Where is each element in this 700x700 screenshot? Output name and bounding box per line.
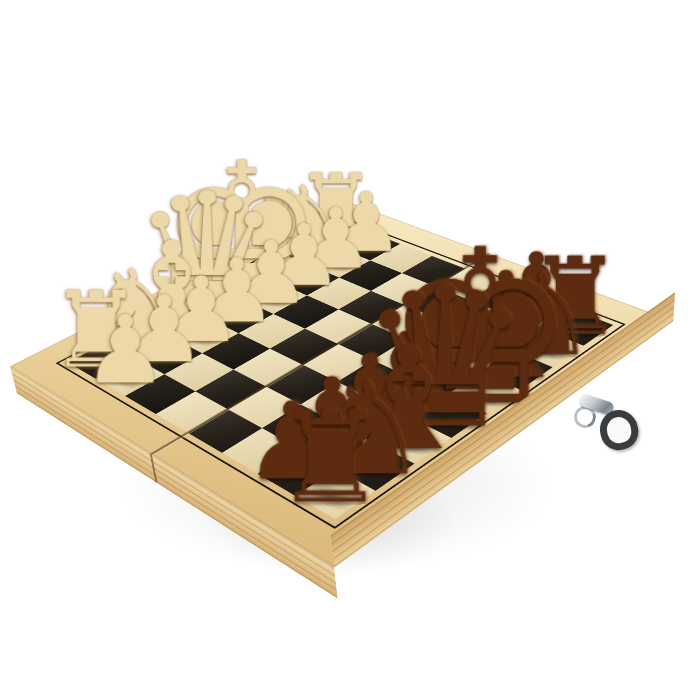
chess-board[interactable]: ♜♞♝♛♚♝♞♜♟♟♟♟♟♟♟♟♟♟♟♟♟♟♟♟♜♞♝♛♚♝♞♜: [10, 199, 673, 567]
clasp-latch: [572, 392, 642, 450]
scene: ♜♞♝♛♚♝♞♜♟♟♟♟♟♟♟♟♟♟♟♟♟♟♟♟♜♞♝♛♚♝♞♜: [0, 0, 700, 700]
pieces-layer: ♜♞♝♛♚♝♞♜♟♟♟♟♟♟♟♟♟♟♟♟♟♟♟♟♜♞♝♛♚♝♞♜: [10, 199, 673, 567]
chess-set-photo: ♜♞♝♛♚♝♞♜♟♟♟♟♟♟♟♟♟♟♟♟♟♟♟♟♜♞♝♛♚♝♞♜: [0, 0, 700, 700]
